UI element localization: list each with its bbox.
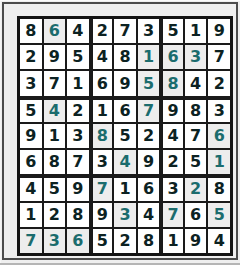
sudoku-cell-r9c4[interactable]: 5 [93, 229, 113, 253]
sudoku-cell-r2c2[interactable]: 9 [44, 45, 66, 69]
sudoku-cell-r5c1[interactable]: 9 [20, 124, 42, 148]
sudoku-cell-r1c1[interactable]: 8 [20, 19, 42, 43]
sudoku-cell-r4c1[interactable]: 5 [20, 100, 42, 122]
sudoku-cell-r8c6[interactable]: 4 [138, 203, 160, 227]
sudoku-board: 8642735192954816373716958425421679839138… [17, 16, 233, 256]
sudoku-cell-r5c9[interactable]: 6 [208, 124, 230, 148]
sudoku-cell-r2c3[interactable]: 5 [67, 45, 89, 69]
sudoku-cell-r8c2[interactable]: 2 [44, 203, 66, 227]
sudoku-cell-r6c3[interactable]: 7 [67, 150, 89, 174]
sudoku-cell-r5c2[interactable]: 1 [44, 124, 66, 148]
sudoku-cell-r8c1[interactable]: 1 [20, 203, 42, 227]
sudoku-cell-r3c5[interactable]: 9 [114, 71, 136, 95]
sudoku-cell-r1c2[interactable]: 6 [44, 19, 66, 43]
sudoku-cell-r1c4[interactable]: 2 [93, 19, 113, 43]
sudoku-cell-r5c7[interactable]: 4 [163, 124, 183, 148]
sudoku-cell-r8c7[interactable]: 7 [163, 203, 183, 227]
sudoku-cell-r3c7[interactable]: 8 [163, 71, 183, 95]
panel-frame: 8642735192954816373716958425421679839138… [2, 2, 238, 260]
sudoku-cell-r7c6[interactable]: 6 [138, 178, 160, 200]
sudoku-cell-r7c3[interactable]: 9 [67, 178, 89, 200]
sudoku-cell-r8c4[interactable]: 9 [93, 203, 113, 227]
sudoku-cell-r2c5[interactable]: 8 [114, 45, 136, 69]
sudoku-cell-r3c4[interactable]: 6 [93, 71, 113, 95]
sudoku-cell-r8c9[interactable]: 5 [208, 203, 230, 227]
sudoku-cell-r6c2[interactable]: 8 [44, 150, 66, 174]
sudoku-cell-r6c1[interactable]: 6 [20, 150, 42, 174]
sudoku-cell-r1c3[interactable]: 4 [67, 19, 89, 43]
sudoku-cell-r3c3[interactable]: 1 [67, 71, 89, 95]
sudoku-cell-r3c1[interactable]: 3 [20, 71, 42, 95]
sudoku-cell-r6c5[interactable]: 4 [114, 150, 136, 174]
sudoku-cell-r7c8[interactable]: 2 [185, 178, 207, 200]
sudoku-cell-r1c6[interactable]: 3 [138, 19, 160, 43]
sudoku-cell-r3c2[interactable]: 7 [44, 71, 66, 95]
sudoku-cell-r6c7[interactable]: 2 [163, 150, 183, 174]
sudoku-cell-r9c3[interactable]: 6 [67, 229, 89, 253]
sudoku-cell-r5c6[interactable]: 2 [138, 124, 160, 148]
sudoku-cell-r7c2[interactable]: 5 [44, 178, 66, 200]
sudoku-cell-r6c8[interactable]: 5 [185, 150, 207, 174]
sudoku-cell-r4c7[interactable]: 9 [163, 100, 183, 122]
sudoku-cell-r9c1[interactable]: 7 [20, 229, 42, 253]
sudoku-cell-r5c8[interactable]: 7 [185, 124, 207, 148]
sudoku-cell-r4c4[interactable]: 1 [93, 100, 113, 122]
sudoku-cell-r9c2[interactable]: 3 [44, 229, 66, 253]
sudoku-cell-r7c7[interactable]: 3 [163, 178, 183, 200]
sudoku-cell-r5c4[interactable]: 8 [93, 124, 113, 148]
sudoku-cell-r2c9[interactable]: 7 [208, 45, 230, 69]
sudoku-cell-r6c9[interactable]: 1 [208, 150, 230, 174]
sudoku-cell-r7c9[interactable]: 8 [208, 178, 230, 200]
sudoku-cell-r2c4[interactable]: 4 [93, 45, 113, 69]
sudoku-cell-r9c6[interactable]: 8 [138, 229, 160, 253]
sudoku-cell-r7c5[interactable]: 1 [114, 178, 136, 200]
sudoku-cell-r5c3[interactable]: 3 [67, 124, 89, 148]
sudoku-cell-r7c1[interactable]: 4 [20, 178, 42, 200]
sudoku-cell-r3c8[interactable]: 4 [185, 71, 207, 95]
sudoku-cell-r2c6[interactable]: 1 [138, 45, 160, 69]
sudoku-cell-r8c8[interactable]: 6 [185, 203, 207, 227]
sudoku-cell-r7c4[interactable]: 7 [93, 178, 113, 200]
sudoku-cell-r3c9[interactable]: 2 [208, 71, 230, 95]
sudoku-cell-r2c1[interactable]: 2 [20, 45, 42, 69]
sudoku-cell-r9c5[interactable]: 2 [114, 229, 136, 253]
sudoku-cell-r9c9[interactable]: 4 [208, 229, 230, 253]
sudoku-cell-r4c5[interactable]: 6 [114, 100, 136, 122]
sudoku-cell-r6c6[interactable]: 9 [138, 150, 160, 174]
sudoku-cell-r8c5[interactable]: 3 [114, 203, 136, 227]
sudoku-cell-r1c7[interactable]: 5 [163, 19, 183, 43]
sudoku-cell-r4c9[interactable]: 3 [208, 100, 230, 122]
sudoku-cell-r2c7[interactable]: 6 [163, 45, 183, 69]
sudoku-cell-r9c8[interactable]: 9 [185, 229, 207, 253]
sudoku-cell-r4c2[interactable]: 4 [44, 100, 66, 122]
sudoku-cell-r9c7[interactable]: 1 [163, 229, 183, 253]
sudoku-cell-r1c5[interactable]: 7 [114, 19, 136, 43]
sudoku-cell-r5c5[interactable]: 5 [114, 124, 136, 148]
sudoku-cell-r4c6[interactable]: 7 [138, 100, 160, 122]
sudoku-app-window: 8642735192954816373716958425421679839138… [0, 0, 240, 265]
sudoku-cell-r3c6[interactable]: 5 [138, 71, 160, 95]
sudoku-cell-r6c4[interactable]: 3 [93, 150, 113, 174]
sudoku-cell-r1c9[interactable]: 9 [208, 19, 230, 43]
sudoku-cell-r4c3[interactable]: 2 [67, 100, 89, 122]
sudoku-cell-r4c8[interactable]: 8 [185, 100, 207, 122]
sudoku-cell-r8c3[interactable]: 8 [67, 203, 89, 227]
sudoku-cell-r1c8[interactable]: 1 [185, 19, 207, 43]
sudoku-cell-r2c8[interactable]: 3 [185, 45, 207, 69]
